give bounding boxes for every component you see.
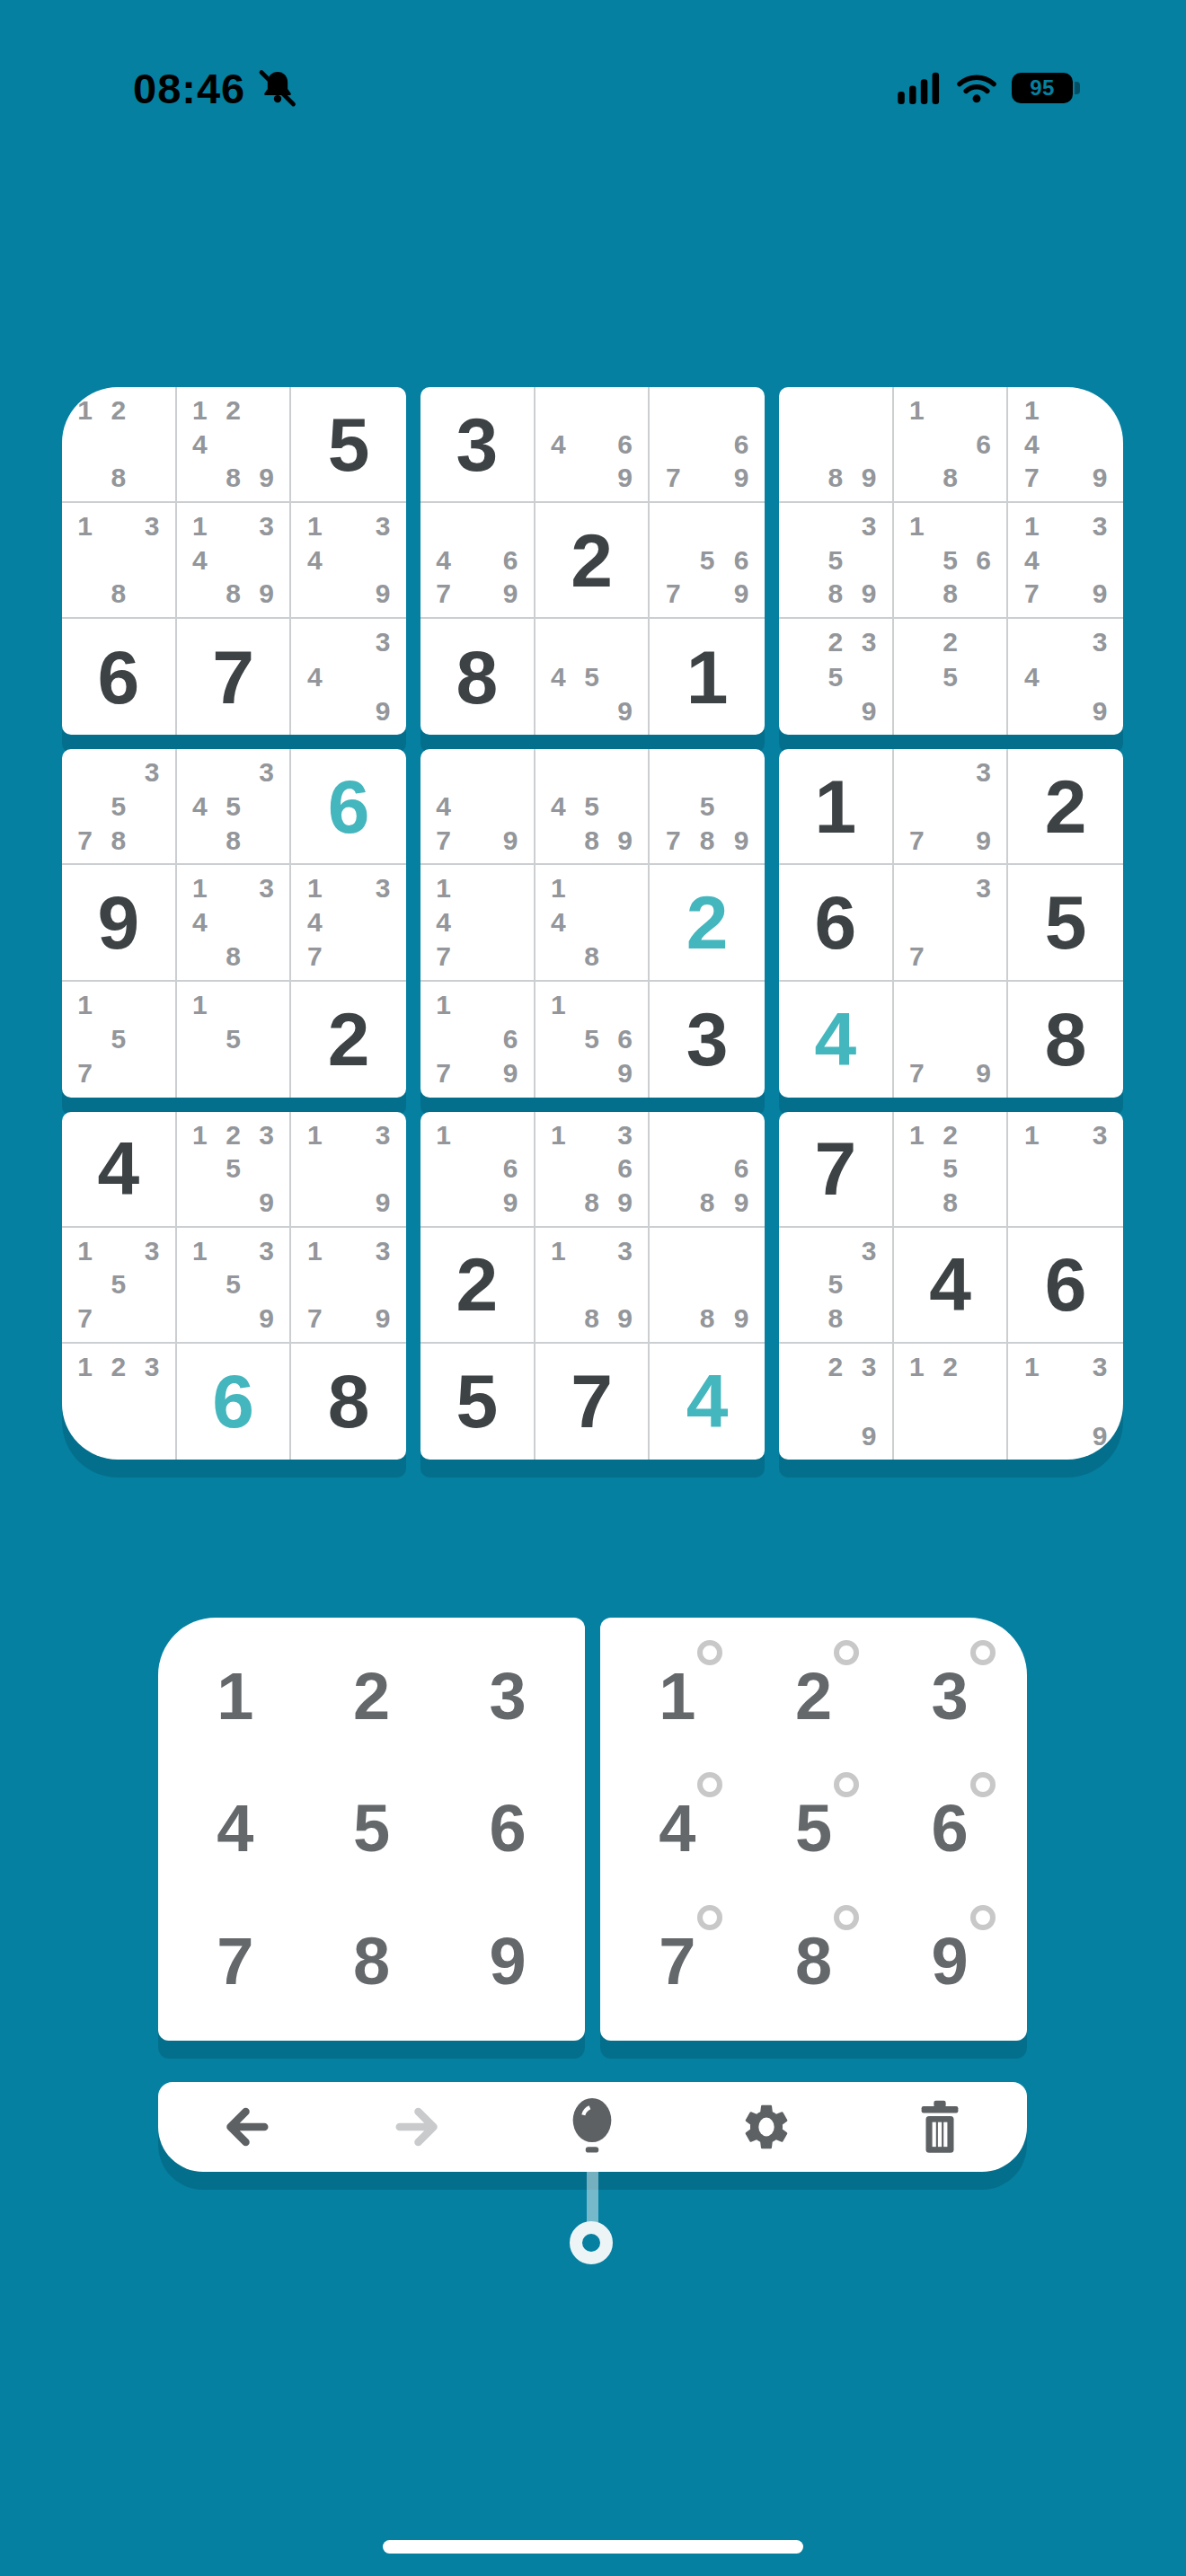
redo-button[interactable] xyxy=(365,2082,473,2172)
cell-r4c1[interactable]: 3578 xyxy=(62,749,177,865)
note-digit-button-1[interactable]: 1 xyxy=(609,1630,746,1763)
digit-button-8[interactable]: 8 xyxy=(304,1895,440,2028)
clock-time: 08:46 xyxy=(133,64,245,113)
note-digit-button-7[interactable]: 7 xyxy=(609,1895,746,2028)
pencil-marks: 147 xyxy=(427,871,527,973)
pencil-ring-icon xyxy=(834,1905,859,1930)
pencil-marks: 89 xyxy=(785,393,886,495)
cell-r9c1[interactable]: 123 xyxy=(62,1344,177,1460)
digit-label: 8 xyxy=(353,1928,390,1995)
trash-icon xyxy=(916,2099,964,2155)
cell-value: 8 xyxy=(291,1344,406,1460)
cell-r7c1[interactable]: 4 xyxy=(62,1112,177,1228)
notifications-off-icon xyxy=(258,68,297,108)
cell-r2c8[interactable]: 1568 xyxy=(894,503,1009,619)
pencil-ring-icon xyxy=(970,1772,996,1797)
cell-value: 4 xyxy=(779,982,892,1098)
cell-r6c9[interactable]: 8 xyxy=(1008,982,1123,1098)
cell-value: 5 xyxy=(1008,865,1123,979)
pencil-marks: 4589 xyxy=(542,755,642,857)
cell-r4c4[interactable]: 479 xyxy=(420,749,535,865)
cell-r8c1[interactable]: 1357 xyxy=(62,1228,177,1344)
pencil-marks: 168 xyxy=(900,393,1001,495)
battery-icon: 95 xyxy=(1012,73,1073,103)
pencil-ring-icon xyxy=(970,1905,996,1930)
cell-r5c9[interactable]: 5 xyxy=(1008,865,1123,981)
note-digit-wrap: 4 xyxy=(659,1795,695,1862)
pencil-marks: 1349 xyxy=(297,509,400,611)
digit-button-1[interactable]: 1 xyxy=(167,1630,304,1763)
cell-r8c3[interactable]: 1379 xyxy=(291,1228,406,1344)
box-9: 71258133584623912139 xyxy=(779,1112,1123,1460)
cell-value: 5 xyxy=(420,1344,534,1460)
cell-r9c5[interactable]: 7 xyxy=(535,1344,651,1460)
cell-r1c7[interactable]: 89 xyxy=(779,387,894,503)
note-digit-button-8[interactable]: 8 xyxy=(746,1895,882,2028)
pencil-marks: 1569 xyxy=(542,988,642,1091)
cell-value: 7 xyxy=(177,619,290,735)
cell-r2c4[interactable]: 4679 xyxy=(420,503,535,619)
cell-r6c1[interactable]: 157 xyxy=(62,982,177,1098)
digit-button-2[interactable]: 2 xyxy=(304,1630,440,1763)
pencil-marks: 679 xyxy=(656,393,758,495)
settings-button[interactable] xyxy=(712,2082,820,2172)
forward-arrow-icon xyxy=(392,2100,446,2154)
cell-r8c7[interactable]: 358 xyxy=(779,1228,894,1344)
cell-value: 2 xyxy=(535,503,649,617)
cell-value: 2 xyxy=(1008,749,1123,863)
cell-r7c5[interactable]: 13689 xyxy=(535,1112,651,1228)
cell-r9c6[interactable]: 4 xyxy=(650,1344,765,1460)
pencil-marks: 12489 xyxy=(183,393,284,495)
cell-r8c2[interactable]: 1359 xyxy=(177,1228,292,1344)
cell-value: 8 xyxy=(420,619,534,735)
status-bar: 08:46 xyxy=(0,52,1186,124)
cell-r6c8[interactable]: 79 xyxy=(894,982,1009,1098)
cell-r1c3[interactable]: 5 xyxy=(291,387,406,503)
note-digit-button-6[interactable]: 6 xyxy=(881,1763,1018,1896)
cell-r1c6[interactable]: 679 xyxy=(650,387,765,503)
cell-value: 6 xyxy=(1008,1228,1123,1342)
lightbulb-icon xyxy=(569,2098,615,2156)
box-7: 41235913913571359137912368 xyxy=(62,1112,406,1460)
cellular-signal-icon xyxy=(897,72,942,104)
cell-r4c6[interactable]: 5789 xyxy=(650,749,765,865)
pencil-marks: 3578 xyxy=(68,755,169,857)
cell-r2c3[interactable]: 1349 xyxy=(291,503,406,619)
cell-r3c6[interactable]: 1 xyxy=(650,619,765,735)
digit-label: 9 xyxy=(932,1928,969,1995)
pencil-marks: 1568 xyxy=(900,509,1001,611)
digit-label: 4 xyxy=(217,1795,253,1862)
digit-label: 1 xyxy=(217,1663,253,1730)
cell-r5c6[interactable]: 2 xyxy=(650,865,765,981)
digit-label: 6 xyxy=(932,1795,969,1862)
pencil-marks: 689 xyxy=(656,1118,758,1220)
pad-handle-ring[interactable] xyxy=(570,2221,613,2264)
pencil-marks: 379 xyxy=(900,755,1001,857)
pencil-marks: 4679 xyxy=(427,509,527,611)
cell-r8c5[interactable]: 1389 xyxy=(535,1228,651,1344)
pencil-marks: 1379 xyxy=(297,1234,400,1336)
cell-value: 2 xyxy=(291,982,406,1098)
note-digit-button-5[interactable]: 5 xyxy=(746,1763,882,1896)
pencil-marks: 3589 xyxy=(785,509,886,611)
pencil-ring-icon xyxy=(834,1640,859,1665)
pencil-marks: 1347 xyxy=(297,871,400,973)
cell-value: 4 xyxy=(650,1344,765,1460)
cell-r5c7[interactable]: 6 xyxy=(779,865,894,981)
cell-r1c2[interactable]: 12489 xyxy=(177,387,292,503)
pencil-marks: 349 xyxy=(1014,625,1117,728)
cell-r7c2[interactable]: 12359 xyxy=(177,1112,292,1228)
pencil-ring-icon xyxy=(697,1905,722,1930)
pencil-marks: 169 xyxy=(427,1118,527,1220)
pencil-marks: 1679 xyxy=(427,988,527,1091)
cell-r1c8[interactable]: 168 xyxy=(894,387,1009,503)
pencil-marks: 128 xyxy=(68,393,169,495)
digit-button-9[interactable]: 9 xyxy=(439,1895,576,2028)
digit-button-3[interactable]: 3 xyxy=(439,1630,576,1763)
pencil-marks: 358 xyxy=(785,1234,886,1336)
cell-r7c3[interactable]: 139 xyxy=(291,1112,406,1228)
pencil-ring-icon xyxy=(697,1640,722,1665)
cell-value: 8 xyxy=(1008,982,1123,1098)
pencil-marks: 479 xyxy=(427,755,527,857)
cell-r6c2[interactable]: 15 xyxy=(177,982,292,1098)
cell-r7c7[interactable]: 7 xyxy=(779,1112,894,1228)
cell-value: 5 xyxy=(291,387,406,501)
cell-value: 6 xyxy=(291,749,406,863)
digit-label: 6 xyxy=(490,1795,527,1862)
cell-value: 4 xyxy=(62,1112,175,1226)
cell-r3c4[interactable]: 8 xyxy=(420,619,535,735)
cell-r8c4[interactable]: 2 xyxy=(420,1228,535,1344)
box-4: 357834586913481347157152 xyxy=(62,749,406,1097)
pencil-marks: 12 xyxy=(900,1350,1001,1453)
cell-value: 2 xyxy=(420,1228,534,1342)
digit-button-5[interactable]: 5 xyxy=(304,1763,440,1896)
cell-r2c2[interactable]: 13489 xyxy=(177,503,292,619)
status-bar-right: 95 xyxy=(897,52,1073,124)
cell-r6c7[interactable]: 4 xyxy=(779,982,894,1098)
pencil-marks: 138 xyxy=(68,509,169,611)
box-3: 8916814793589156813479235925349 xyxy=(779,387,1123,735)
cell-r6c3[interactable]: 2 xyxy=(291,982,406,1098)
note-digit-wrap: 3 xyxy=(932,1663,969,1730)
cell-r7c9[interactable]: 13 xyxy=(1008,1112,1123,1228)
pencil-marks: 89 xyxy=(656,1234,758,1336)
pencil-marks: 5789 xyxy=(656,755,758,857)
cell-r2c9[interactable]: 13479 xyxy=(1008,503,1123,619)
box-8: 169136896892138989574 xyxy=(420,1112,765,1460)
cell-r9c3[interactable]: 8 xyxy=(291,1344,406,1460)
cell-r6c6[interactable]: 3 xyxy=(650,982,765,1098)
number-pad: 123456789 xyxy=(158,1618,585,2041)
cell-r4c5[interactable]: 4589 xyxy=(535,749,651,865)
digit-label: 5 xyxy=(353,1795,390,1862)
cell-r2c1[interactable]: 138 xyxy=(62,503,177,619)
cell-value: 1 xyxy=(779,749,892,863)
cell-value: 4 xyxy=(894,1228,1007,1342)
cell-r1c5[interactable]: 469 xyxy=(535,387,651,503)
pencil-marks: 1348 xyxy=(183,871,284,973)
pencil-ring-icon xyxy=(834,1772,859,1797)
cell-r7c8[interactable]: 1258 xyxy=(894,1112,1009,1228)
cell-r4c3[interactable]: 6 xyxy=(291,749,406,865)
pencil-marks: 5679 xyxy=(656,509,758,611)
pencil-marks: 349 xyxy=(297,625,400,728)
pencil-marks: 13479 xyxy=(1014,509,1117,611)
cell-r9c9[interactable]: 139 xyxy=(1008,1344,1123,1460)
cell-r4c9[interactable]: 2 xyxy=(1008,749,1123,865)
pencil-marks: 1359 xyxy=(183,1234,284,1336)
digit-label: 4 xyxy=(659,1795,695,1862)
pencil-marks: 25 xyxy=(900,625,1001,728)
back-arrow-icon xyxy=(218,2100,272,2154)
wifi-icon xyxy=(956,73,997,103)
digit-label: 1 xyxy=(659,1663,695,1730)
pencil-ring-icon xyxy=(697,1772,722,1797)
sudoku-app-screen: 08:46 xyxy=(0,0,1186,2576)
note-digit-button-3[interactable]: 3 xyxy=(881,1630,1018,1763)
pencil-marks: 469 xyxy=(542,393,642,495)
note-digit-wrap: 7 xyxy=(659,1928,695,1995)
cell-r4c7[interactable]: 1 xyxy=(779,749,894,865)
note-digit-wrap: 2 xyxy=(795,1663,832,1730)
digit-button-7[interactable]: 7 xyxy=(167,1895,304,2028)
cell-r3c2[interactable]: 7 xyxy=(177,619,292,735)
digit-label: 9 xyxy=(490,1928,527,1995)
home-indicator[interactable] xyxy=(383,2540,803,2554)
digit-label: 7 xyxy=(217,1928,253,1995)
hint-button[interactable] xyxy=(538,2082,646,2172)
digit-label: 8 xyxy=(795,1928,832,1995)
cell-r9c8[interactable]: 12 xyxy=(894,1344,1009,1460)
cell-r9c4[interactable]: 5 xyxy=(420,1344,535,1460)
status-bar-left: 08:46 xyxy=(133,52,297,124)
box-2: 346967946792567984591 xyxy=(420,387,765,735)
pad-handle-line xyxy=(587,2170,598,2226)
cell-r6c5[interactable]: 1569 xyxy=(535,982,651,1098)
digit-label: 5 xyxy=(795,1795,832,1862)
pencil-marks: 139 xyxy=(297,1118,400,1220)
cell-r7c4[interactable]: 169 xyxy=(420,1112,535,1228)
cell-value: 3 xyxy=(420,387,534,501)
cell-r9c7[interactable]: 239 xyxy=(779,1344,894,1460)
pencil-marks: 13689 xyxy=(542,1118,642,1220)
cell-value: 2 xyxy=(650,865,765,979)
cell-value: 6 xyxy=(779,865,892,979)
cell-r5c2[interactable]: 1348 xyxy=(177,865,292,981)
pencil-marks: 239 xyxy=(785,1350,886,1453)
note-digit-wrap: 9 xyxy=(932,1928,969,1995)
pencil-marks: 1389 xyxy=(542,1234,642,1336)
gear-icon xyxy=(740,2101,792,2153)
cell-r3c9[interactable]: 349 xyxy=(1008,619,1123,735)
cell-r4c2[interactable]: 3458 xyxy=(177,749,292,865)
cell-value: 6 xyxy=(62,619,175,735)
cell-r3c5[interactable]: 459 xyxy=(535,619,651,735)
cell-r3c3[interactable]: 349 xyxy=(291,619,406,735)
note-digit-wrap: 8 xyxy=(795,1928,832,1995)
cell-r2c5[interactable]: 2 xyxy=(535,503,651,619)
cell-r2c6[interactable]: 5679 xyxy=(650,503,765,619)
cell-value: 7 xyxy=(779,1112,892,1226)
pencil-marks: 148 xyxy=(542,871,642,973)
pencil-marks: 157 xyxy=(68,988,169,1091)
pencil-marks: 1479 xyxy=(1014,393,1117,495)
digit-label: 2 xyxy=(795,1663,832,1730)
cell-r3c8[interactable]: 25 xyxy=(894,619,1009,735)
pencil-marks: 37 xyxy=(900,871,1001,973)
input-pads: 123456789 123456789 xyxy=(158,1618,1027,2041)
pencil-marks: 15 xyxy=(183,988,284,1091)
cell-r3c1[interactable]: 6 xyxy=(62,619,177,735)
cell-r9c2[interactable]: 6 xyxy=(177,1344,292,1460)
undo-button[interactable] xyxy=(191,2082,299,2172)
cell-value: 9 xyxy=(62,865,175,979)
pencil-marks: 1357 xyxy=(68,1234,169,1336)
cell-r5c5[interactable]: 148 xyxy=(535,865,651,981)
cell-r6c4[interactable]: 1679 xyxy=(420,982,535,1098)
digit-button-4[interactable]: 4 xyxy=(167,1763,304,1896)
note-digit-button-9[interactable]: 9 xyxy=(881,1895,1018,2028)
pencil-marks: 12359 xyxy=(183,1118,284,1220)
cell-r8c8[interactable]: 4 xyxy=(894,1228,1009,1344)
delete-button[interactable] xyxy=(886,2082,994,2172)
sudoku-board: 1281248951381348913496734934696794679256… xyxy=(62,387,1123,1460)
digit-label: 7 xyxy=(659,1928,695,1995)
cell-r1c1[interactable]: 128 xyxy=(62,387,177,503)
cell-r1c4[interactable]: 3 xyxy=(420,387,535,503)
pencil-marks: 13489 xyxy=(183,509,284,611)
pencil-marks: 3458 xyxy=(183,755,284,857)
pencil-ring-icon xyxy=(970,1640,996,1665)
pencil-marks: 79 xyxy=(900,988,1001,1091)
cell-r2c7[interactable]: 3589 xyxy=(779,503,894,619)
note-digit-button-2[interactable]: 2 xyxy=(746,1630,882,1763)
note-pad: 123456789 xyxy=(600,1618,1027,2041)
box-6: 1379263754798 xyxy=(779,749,1123,1097)
pencil-marks: 2359 xyxy=(785,625,886,728)
digit-label: 3 xyxy=(932,1663,969,1730)
battery-percent: 95 xyxy=(1030,75,1055,101)
cell-r4c8[interactable]: 379 xyxy=(894,749,1009,865)
cell-r1c9[interactable]: 1479 xyxy=(1008,387,1123,503)
cell-value: 3 xyxy=(650,982,765,1098)
digit-label: 2 xyxy=(353,1663,390,1730)
box-5: 479458957891471482167915693 xyxy=(420,749,765,1097)
digit-label: 3 xyxy=(490,1663,527,1730)
pencil-marks: 13 xyxy=(1014,1118,1117,1220)
note-digit-wrap: 1 xyxy=(659,1663,695,1730)
cell-value: 6 xyxy=(177,1344,290,1460)
note-digit-wrap: 5 xyxy=(795,1795,832,1862)
cell-r5c1[interactable]: 9 xyxy=(62,865,177,981)
cell-r8c6[interactable]: 89 xyxy=(650,1228,765,1344)
cell-r5c4[interactable]: 147 xyxy=(420,865,535,981)
toolbar xyxy=(158,2082,1027,2172)
cell-r5c3[interactable]: 1347 xyxy=(291,865,406,981)
cell-value: 1 xyxy=(650,619,765,735)
pencil-marks: 459 xyxy=(542,625,642,728)
cell-value: 7 xyxy=(535,1344,649,1460)
cell-r3c7[interactable]: 2359 xyxy=(779,619,894,735)
pencil-marks: 123 xyxy=(68,1350,169,1453)
box-1: 12812489513813489134967349 xyxy=(62,387,406,735)
digit-button-6[interactable]: 6 xyxy=(439,1763,576,1896)
pencil-marks: 139 xyxy=(1014,1350,1117,1453)
pencil-marks: 1258 xyxy=(900,1118,1001,1220)
note-digit-button-4[interactable]: 4 xyxy=(609,1763,746,1896)
cell-r8c9[interactable]: 6 xyxy=(1008,1228,1123,1344)
note-digit-wrap: 6 xyxy=(932,1795,969,1862)
cell-r7c6[interactable]: 689 xyxy=(650,1112,765,1228)
cell-r5c8[interactable]: 37 xyxy=(894,865,1009,981)
